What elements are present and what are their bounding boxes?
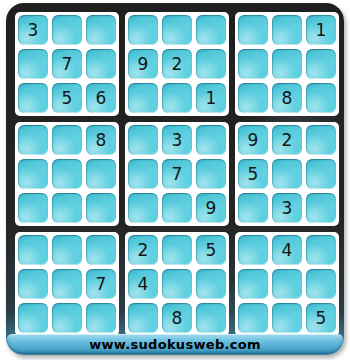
- cell-r7c2[interactable]: [52, 235, 82, 265]
- cell-r6c5[interactable]: [162, 193, 192, 223]
- cell-r2c1[interactable]: [18, 49, 48, 79]
- footer-banner: www.sudokusweb.com: [7, 334, 343, 354]
- box-3: 18: [235, 12, 339, 116]
- box-1: 3756: [15, 12, 119, 116]
- cell-r3c7[interactable]: [238, 83, 268, 113]
- cell-r8c6[interactable]: [196, 269, 226, 299]
- cell-r2c9[interactable]: [306, 49, 336, 79]
- box-9: 45: [235, 232, 339, 336]
- cell-r9c8[interactable]: [272, 303, 302, 333]
- cell-r5c9[interactable]: [306, 159, 336, 189]
- cell-r6c3[interactable]: [86, 193, 116, 223]
- cell-r4c5[interactable]: 3: [162, 125, 192, 155]
- cell-r1c2[interactable]: [52, 15, 82, 45]
- cell-r1c4[interactable]: [128, 15, 158, 45]
- cell-r4c7[interactable]: 9: [238, 125, 268, 155]
- box-2: 921: [125, 12, 229, 116]
- cell-r4c3[interactable]: 8: [86, 125, 116, 155]
- cell-r2c8[interactable]: [272, 49, 302, 79]
- box-8: 2548: [125, 232, 229, 336]
- cell-r5c3[interactable]: [86, 159, 116, 189]
- cell-r9c5[interactable]: 8: [162, 303, 192, 333]
- cell-r3c1[interactable]: [18, 83, 48, 113]
- cell-r8c5[interactable]: [162, 269, 192, 299]
- cell-r7c8[interactable]: 4: [272, 235, 302, 265]
- cell-r2c5[interactable]: 2: [162, 49, 192, 79]
- cell-r6c6[interactable]: 9: [196, 193, 226, 223]
- cell-r2c7[interactable]: [238, 49, 268, 79]
- cell-r2c4[interactable]: 9: [128, 49, 158, 79]
- cell-r3c9[interactable]: [306, 83, 336, 113]
- cell-r5c8[interactable]: [272, 159, 302, 189]
- cell-r5c4[interactable]: [128, 159, 158, 189]
- cell-r8c2[interactable]: [52, 269, 82, 299]
- cell-r6c9[interactable]: [306, 193, 336, 223]
- cell-r6c1[interactable]: [18, 193, 48, 223]
- cell-r8c4[interactable]: 4: [128, 269, 158, 299]
- board-frame: 375692118837992537254845 www.sudokusweb.…: [6, 3, 344, 355]
- cell-r3c2[interactable]: 5: [52, 83, 82, 113]
- cell-r1c1[interactable]: 3: [18, 15, 48, 45]
- cell-r5c7[interactable]: 5: [238, 159, 268, 189]
- box-7: 7: [15, 232, 119, 336]
- cell-r7c6[interactable]: 5: [196, 235, 226, 265]
- cell-r2c2[interactable]: 7: [52, 49, 82, 79]
- cell-r7c1[interactable]: [18, 235, 48, 265]
- cell-r5c5[interactable]: 7: [162, 159, 192, 189]
- cell-r6c2[interactable]: [52, 193, 82, 223]
- box-4: 8: [15, 122, 119, 226]
- cell-r6c7[interactable]: [238, 193, 268, 223]
- cell-r1c9[interactable]: 1: [306, 15, 336, 45]
- cell-r9c1[interactable]: [18, 303, 48, 333]
- cell-r8c3[interactable]: 7: [86, 269, 116, 299]
- cell-r4c6[interactable]: [196, 125, 226, 155]
- cell-r4c4[interactable]: [128, 125, 158, 155]
- cell-r7c7[interactable]: [238, 235, 268, 265]
- cell-r8c9[interactable]: [306, 269, 336, 299]
- box-5: 379: [125, 122, 229, 226]
- cell-r5c2[interactable]: [52, 159, 82, 189]
- cell-r1c6[interactable]: [196, 15, 226, 45]
- cell-r9c9[interactable]: 5: [306, 303, 336, 333]
- cell-r3c3[interactable]: 6: [86, 83, 116, 113]
- cell-r3c4[interactable]: [128, 83, 158, 113]
- cell-r4c9[interactable]: [306, 125, 336, 155]
- box-6: 9253: [235, 122, 339, 226]
- cell-r2c6[interactable]: [196, 49, 226, 79]
- cell-r9c3[interactable]: [86, 303, 116, 333]
- cell-r9c7[interactable]: [238, 303, 268, 333]
- cell-r6c8[interactable]: 3: [272, 193, 302, 223]
- cell-r8c8[interactable]: [272, 269, 302, 299]
- site-url[interactable]: www.sudokusweb.com: [89, 337, 261, 352]
- cell-r9c4[interactable]: [128, 303, 158, 333]
- cell-r1c8[interactable]: [272, 15, 302, 45]
- cell-r8c1[interactable]: [18, 269, 48, 299]
- cell-r3c6[interactable]: 1: [196, 83, 226, 113]
- cell-r7c5[interactable]: [162, 235, 192, 265]
- cell-r5c6[interactable]: [196, 159, 226, 189]
- cell-r6c4[interactable]: [128, 193, 158, 223]
- cell-r7c4[interactable]: 2: [128, 235, 158, 265]
- cell-r9c2[interactable]: [52, 303, 82, 333]
- cell-r7c3[interactable]: [86, 235, 116, 265]
- cell-r4c2[interactable]: [52, 125, 82, 155]
- cell-r1c3[interactable]: [86, 15, 116, 45]
- cell-r5c1[interactable]: [18, 159, 48, 189]
- cell-r4c1[interactable]: [18, 125, 48, 155]
- cell-r3c8[interactable]: 8: [272, 83, 302, 113]
- cell-r7c9[interactable]: [306, 235, 336, 265]
- cell-r2c3[interactable]: [86, 49, 116, 79]
- cell-r1c5[interactable]: [162, 15, 192, 45]
- sudoku-grid: 375692118837992537254845: [15, 12, 339, 336]
- cell-r9c6[interactable]: [196, 303, 226, 333]
- cell-r8c7[interactable]: [238, 269, 268, 299]
- cell-r3c5[interactable]: [162, 83, 192, 113]
- cell-r4c8[interactable]: 2: [272, 125, 302, 155]
- cell-r1c7[interactable]: [238, 15, 268, 45]
